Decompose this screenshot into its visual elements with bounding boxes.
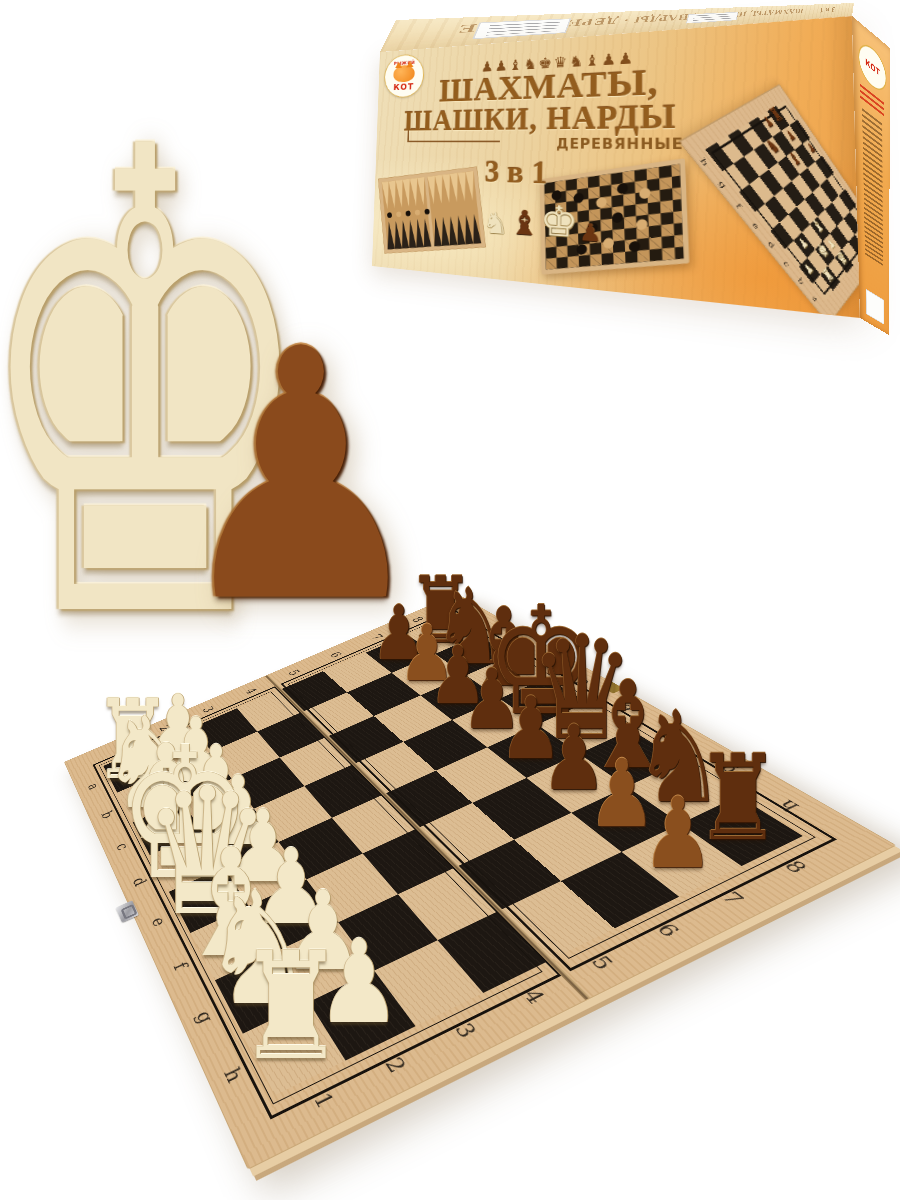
- coordinate-label-c: c: [111, 837, 134, 856]
- coordinate-label-8: 8: [773, 853, 819, 880]
- coordinate-label-b: b: [495, 632, 521, 645]
- coordinate-label-4: 4: [241, 684, 262, 698]
- coordinate-label-f: f: [166, 953, 195, 979]
- side-fine-print: [862, 108, 883, 268]
- coordinate-label-6: 6: [325, 648, 347, 661]
- mini-piece: ♞: [483, 208, 509, 239]
- coordinate-label-5: 5: [581, 948, 624, 978]
- mini-coordinate: b: [796, 276, 805, 286]
- coordinate-label-1: 1: [305, 1083, 344, 1119]
- coordinate-label-h: h: [768, 794, 811, 817]
- pieces-group-mini: ♞♝♚♟: [483, 198, 602, 246]
- brand-name-side: КОТ: [865, 57, 880, 78]
- brand-logo: РЫЖИЙ КОТ: [384, 53, 425, 98]
- coordinate-label-f: f: [655, 727, 691, 746]
- coordinate-label-1: 1: [111, 740, 131, 755]
- coordinate-label-d: d: [567, 675, 597, 691]
- box-subtitle: ДЕРЕВЯННЫЕ: [488, 136, 684, 153]
- coordinate-label-b: b: [96, 806, 118, 824]
- barcode-label: [686, 12, 738, 24]
- coordinate-label-a: a: [83, 778, 104, 794]
- chessboard-mini-field: [705, 101, 860, 300]
- coordinate-label-3: 3: [446, 1014, 487, 1047]
- coordinate-label-7: 7: [710, 884, 755, 912]
- coordinate-label-a: a: [465, 614, 490, 626]
- coordinate-label-d: d: [127, 871, 152, 892]
- coordinate-label-2: 2: [376, 1048, 416, 1083]
- barcode-label: [472, 18, 571, 39]
- coordinate-label-3: 3: [198, 703, 219, 717]
- coordinate-label-2: 2: [155, 721, 176, 735]
- coordinate-label-5: 5: [283, 666, 305, 679]
- mini-coordinate: c: [782, 259, 791, 269]
- chessboard-mini: hgfedcba♟♝♟♚♟♜♛♟♜♞♟♝♟: [678, 84, 860, 318]
- mini-coordinate: d: [767, 240, 777, 250]
- coordinate-label-7: 7: [366, 631, 389, 643]
- mini-coordinate: h: [698, 157, 710, 168]
- mini-coordinate: e: [751, 220, 761, 230]
- metal-clasp-near: [116, 900, 139, 922]
- coordinate-label-e: e: [608, 700, 641, 717]
- coordinate-label-g: g: [190, 1002, 221, 1031]
- coordinate-label-h: h: [216, 1059, 250, 1092]
- box-top-embossed-badge: 3 в 1: [819, 5, 836, 14]
- mini-coordinate: f: [734, 202, 742, 210]
- mini-piece: ♟: [579, 220, 602, 245]
- cat-icon: [393, 65, 415, 83]
- mini-piece: ♝: [509, 206, 539, 241]
- coordinate-label-c: c: [529, 652, 557, 666]
- coordinate-label-e: e: [146, 910, 173, 934]
- coordinate-label-4: 4: [514, 981, 556, 1013]
- brand-name-bottom: КОТ: [393, 82, 414, 93]
- box-front-face: РЫЖИЙ КОТ ♟♟♝♞♚♛♞♝♟♟ ШАХМАТЫ, ШАШКИ, НАР…: [372, 16, 860, 318]
- mini-coordinate: g: [717, 179, 728, 190]
- coordinate-label-8: 8: [407, 613, 430, 625]
- mini-coordinate: a: [811, 293, 819, 303]
- mini-piece: ♚: [540, 200, 578, 244]
- title-underline: [407, 129, 500, 142]
- box-3in1-badge: 3 в 1: [462, 154, 574, 193]
- brown-pawn-closeup: ♟: [171, 304, 431, 649]
- metal-clasp-far: [600, 681, 623, 693]
- coordinate-label-g: g: [708, 759, 747, 780]
- coordinate-label-6: 6: [646, 916, 690, 945]
- side-paper-label: [866, 289, 885, 325]
